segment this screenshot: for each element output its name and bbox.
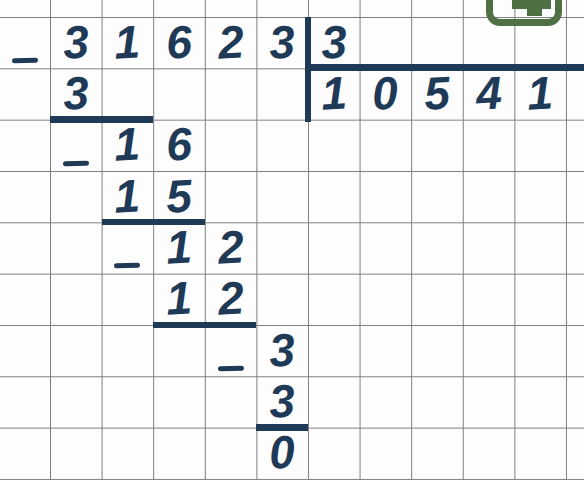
minus-sign (114, 263, 140, 269)
handwritten-digit: 2 (217, 18, 245, 65)
handwritten-digit: 3 (268, 326, 296, 373)
handwritten-digit: 4 (475, 69, 503, 116)
handwritten-digit: 1 (165, 275, 193, 322)
handwritten-digit: 3 (268, 377, 296, 424)
handwritten-digit: 1 (526, 69, 554, 116)
handwritten-digit: 3 (320, 18, 348, 65)
subtraction-underline (102, 219, 205, 226)
handwritten-digit: 1 (113, 18, 141, 65)
green-action-button[interactable] (486, 0, 562, 26)
handwritten-digit: 1 (320, 69, 348, 116)
minus-sign (63, 160, 89, 166)
handwritten-digit: 3 (62, 18, 90, 65)
handwritten-digit: 5 (423, 69, 451, 116)
subtraction-underline (256, 424, 308, 431)
handwritten-digit: 1 (113, 121, 141, 168)
handwritten-digit: 1 (165, 223, 193, 270)
handwritten-digit: 6 (165, 18, 193, 65)
minus-sign (218, 366, 244, 372)
handwritten-digit: 0 (268, 429, 296, 476)
division-bracket-horizontal-line (305, 64, 584, 71)
subtraction-underline (153, 322, 256, 329)
handwritten-digit: 6 (165, 121, 193, 168)
handwritten-digit: 2 (217, 275, 245, 322)
handwritten-digit: 0 (371, 69, 399, 116)
subtraction-underline (50, 116, 153, 123)
handwritten-digit: 3 (268, 18, 296, 65)
handwritten-digit: 5 (165, 172, 193, 219)
handwritten-digit: 1 (113, 172, 141, 219)
handwritten-digit: 3 (62, 69, 90, 116)
squared-paper-worksheet: 31623331054116151212330 (0, 0, 584, 480)
minus-sign (12, 58, 38, 64)
arrow-icon-tab (527, 8, 542, 16)
handwritten-digit: 2 (217, 223, 245, 270)
